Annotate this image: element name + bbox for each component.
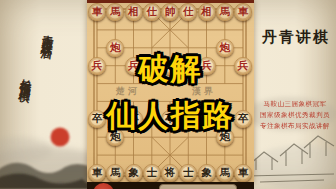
credential-line: 专注象棋布局实战讲解 bbox=[258, 120, 332, 131]
piece-black-象[interactable]: 象 bbox=[125, 164, 143, 182]
overlay-title-line2: 仙人指路 bbox=[64, 100, 277, 132]
channel-brand: 丹青讲棋 bbox=[259, 28, 333, 47]
calligraphy-column-1: 青山不厌三杯酒 bbox=[40, 25, 57, 41]
credential-line: 马鞍山三届象棋冠军 bbox=[258, 98, 332, 109]
piece-black-士[interactable]: 士 bbox=[143, 164, 161, 182]
piece-red-車[interactable]: 車 bbox=[88, 3, 106, 21]
piece-red-相[interactable]: 相 bbox=[125, 3, 143, 21]
piece-red-馬[interactable]: 馬 bbox=[216, 3, 234, 21]
video-thumbnail: 楚河 漢界 車馬相仕帥仕相馬車炮炮兵兵兵兵兵卒卒卒卒卒炮炮車馬象士将士象馬車 破… bbox=[0, 0, 336, 189]
xiangqi-board[interactable]: 楚河 漢界 車馬相仕帥仕相馬車炮炮兵兵兵兵兵卒卒卒卒卒炮炮車馬象士将士象馬車 bbox=[87, 0, 254, 183]
piece-black-車[interactable]: 車 bbox=[234, 164, 252, 182]
follow-button-pill[interactable] bbox=[159, 184, 237, 189]
piece-red-相[interactable]: 相 bbox=[198, 3, 216, 21]
credentials-block: 马鞍山三届象棋冠军 国家级象棋优秀裁判员 专注象棋布局实战讲解 bbox=[258, 98, 332, 131]
piece-black-将[interactable]: 将 bbox=[161, 164, 179, 182]
piece-red-帥[interactable]: 帥 bbox=[161, 3, 179, 21]
piece-black-象[interactable]: 象 bbox=[198, 164, 216, 182]
calligraphy-column-2: 长日惟消一局棋 bbox=[18, 69, 35, 85]
piece-black-車[interactable]: 車 bbox=[88, 164, 106, 182]
river-label-right: 漢界 bbox=[181, 85, 227, 98]
overlay-title-line1: 破解 bbox=[87, 53, 254, 85]
river-label-left: 楚河 bbox=[105, 85, 151, 98]
piece-red-車[interactable]: 車 bbox=[234, 3, 252, 21]
credential-line: 国家级象棋优秀裁判员 bbox=[258, 109, 332, 120]
piece-black-馬[interactable]: 馬 bbox=[216, 164, 234, 182]
piece-red-仕[interactable]: 仕 bbox=[143, 3, 161, 21]
